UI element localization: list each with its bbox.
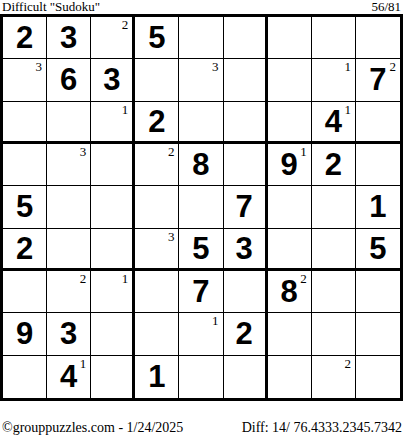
cell-r9c9[interactable]: [356, 356, 400, 398]
given-digit: 3: [60, 318, 77, 349]
cell-r1c9[interactable]: [356, 17, 400, 59]
cell-r3c6[interactable]: [224, 102, 268, 144]
given-digit: 2: [325, 149, 342, 180]
cell-r3c4[interactable]: 2: [135, 102, 179, 144]
cell-r5c9[interactable]: 1: [356, 186, 400, 228]
cell-r2c2[interactable]: 6: [47, 59, 91, 101]
cell-r5c3[interactable]: [91, 186, 135, 228]
cell-r8c7[interactable]: [268, 313, 312, 355]
cell-r9c8[interactable]: 2: [312, 356, 356, 398]
cell-r1c7[interactable]: [268, 17, 312, 59]
cell-r9c6[interactable]: [224, 356, 268, 398]
cell-r8c1[interactable]: 9: [3, 313, 47, 355]
cell-r2c8[interactable]: 1: [312, 59, 356, 101]
cell-r1c3[interactable]: 2: [91, 17, 135, 59]
given-digit: 8: [281, 276, 298, 307]
cell-r6c9[interactable]: 5: [356, 229, 400, 271]
pencil-mark: 1: [122, 103, 129, 116]
pencil-mark: 2: [389, 60, 396, 73]
pencil-mark: 1: [212, 314, 219, 327]
pencil-mark: 1: [80, 357, 87, 370]
cell-r1c2[interactable]: 3: [47, 17, 91, 59]
cell-r8c3[interactable]: [91, 313, 135, 355]
pencil-mark: 1: [300, 145, 307, 158]
cell-r5c4[interactable]: [135, 186, 179, 228]
given-digit: 4: [325, 106, 342, 137]
footer: ©grouppuzzles.com - 1/24/2025 Diff: 14/ …: [0, 401, 403, 435]
cell-r9c5[interactable]: [179, 356, 223, 398]
cell-r3c7[interactable]: [268, 102, 312, 144]
cell-r6c1[interactable]: 2: [3, 229, 47, 271]
pencil-mark: 3: [80, 145, 87, 158]
given-digit: 5: [148, 22, 165, 53]
cell-r9c4[interactable]: 1: [135, 356, 179, 398]
cell-r6c4[interactable]: 3: [135, 229, 179, 271]
cell-r3c2[interactable]: [47, 102, 91, 144]
cell-r9c3[interactable]: [91, 356, 135, 398]
cell-r9c1[interactable]: [3, 356, 47, 398]
copyright-date: ©grouppuzzles.com - 1/24/2025: [2, 420, 183, 435]
cell-r2c1[interactable]: 3: [3, 59, 47, 101]
cell-r4c7[interactable]: 91: [268, 144, 312, 186]
given-digit: 7: [235, 191, 252, 222]
cell-r8c2[interactable]: 3: [47, 313, 91, 355]
cell-r3c1[interactable]: [3, 102, 47, 144]
cell-r2c3[interactable]: 3: [91, 59, 135, 101]
cell-r7c3[interactable]: 1: [91, 271, 135, 313]
cell-r3c5[interactable]: [179, 102, 223, 144]
remaining-counter: 56/81: [371, 0, 401, 13]
given-digit: 1: [148, 361, 165, 392]
given-digit: 9: [16, 318, 33, 349]
sudoku-page: Difficult "Sudoku" 56/81 232536331721241…: [0, 0, 403, 437]
pencil-mark: 2: [344, 357, 351, 370]
cell-r7c5[interactable]: 7: [179, 271, 223, 313]
page-title: Difficult "Sudoku": [2, 0, 100, 13]
cell-r7c1[interactable]: [3, 271, 47, 313]
cell-r9c7[interactable]: [268, 356, 312, 398]
cell-r4c3[interactable]: [91, 144, 135, 186]
given-digit: 5: [16, 191, 33, 222]
given-digit: 7: [192, 276, 209, 307]
cell-r2c5[interactable]: 3: [179, 59, 223, 101]
cell-r2c9[interactable]: 72: [356, 59, 400, 101]
given-digit: 3: [103, 64, 120, 95]
given-digit: 9: [281, 149, 298, 180]
pencil-mark: 2: [168, 145, 175, 158]
cell-r4c1[interactable]: [3, 144, 47, 186]
cell-r5c1[interactable]: 5: [3, 186, 47, 228]
cell-r2c6[interactable]: [224, 59, 268, 101]
cell-r7c9[interactable]: [356, 271, 400, 313]
cell-r8c8[interactable]: [312, 313, 356, 355]
cell-r6c5[interactable]: 5: [179, 229, 223, 271]
cell-r4c9[interactable]: [356, 144, 400, 186]
pencil-mark: 1: [344, 103, 351, 116]
given-digit: 3: [235, 233, 252, 264]
given-digit: 6: [60, 64, 77, 95]
given-digit: 2: [16, 233, 33, 264]
cell-r7c8[interactable]: [312, 271, 356, 313]
cell-r7c7[interactable]: 82: [268, 271, 312, 313]
cell-r1c1[interactable]: 2: [3, 17, 47, 59]
given-digit: 7: [369, 64, 386, 95]
cell-r8c9[interactable]: [356, 313, 400, 355]
cell-r1c6[interactable]: [224, 17, 268, 59]
cell-r6c8[interactable]: [312, 229, 356, 271]
cell-r4c4[interactable]: 2: [135, 144, 179, 186]
cell-r6c2[interactable]: [47, 229, 91, 271]
given-digit: 4: [60, 361, 77, 392]
given-digit: 8: [192, 149, 209, 180]
cell-r3c9[interactable]: [356, 102, 400, 144]
header: Difficult "Sudoku" 56/81: [0, 0, 403, 14]
given-digit: 5: [369, 233, 386, 264]
cell-r7c4[interactable]: [135, 271, 179, 313]
cell-r4c8[interactable]: 2: [312, 144, 356, 186]
given-digit: 5: [192, 233, 209, 264]
cell-r4c6[interactable]: [224, 144, 268, 186]
cell-r1c8[interactable]: [312, 17, 356, 59]
cell-r5c5[interactable]: [179, 186, 223, 228]
pencil-mark: 2: [122, 18, 129, 31]
sudoku-board: 2325363317212413289125712353521782931241…: [0, 14, 403, 401]
cell-r5c6[interactable]: 7: [224, 186, 268, 228]
cell-r8c6[interactable]: 2: [224, 313, 268, 355]
cell-r1c4[interactable]: 5: [135, 17, 179, 59]
cell-r7c2[interactable]: 2: [47, 271, 91, 313]
pencil-mark: 2: [300, 272, 307, 285]
given-digit: 2: [148, 106, 165, 137]
cell-r5c7[interactable]: [268, 186, 312, 228]
given-digit: 2: [16, 22, 33, 53]
pencil-mark: 3: [36, 60, 43, 73]
pencil-mark: 3: [212, 60, 219, 73]
cell-r3c8[interactable]: 41: [312, 102, 356, 144]
cell-r1c5[interactable]: [179, 17, 223, 59]
cell-r9c2[interactable]: 41: [47, 356, 91, 398]
pencil-mark: 2: [80, 272, 87, 285]
pencil-mark: 3: [168, 230, 175, 243]
difficulty-code: Diff: 14/ 76.4333.2345.7342: [242, 420, 402, 435]
cell-r5c8[interactable]: [312, 186, 356, 228]
cell-r7c6[interactable]: [224, 271, 268, 313]
cell-r6c7[interactable]: [268, 229, 312, 271]
given-digit: 3: [60, 22, 77, 53]
cell-r8c5[interactable]: 1: [179, 313, 223, 355]
cell-r4c5[interactable]: 8: [179, 144, 223, 186]
given-digit: 2: [235, 318, 252, 349]
cell-r2c7[interactable]: [268, 59, 312, 101]
given-digit: 1: [369, 191, 386, 222]
cell-r4c2[interactable]: 3: [47, 144, 91, 186]
pencil-mark: 1: [344, 60, 351, 73]
cell-r6c6[interactable]: 3: [224, 229, 268, 271]
cell-r3c3[interactable]: 1: [91, 102, 135, 144]
pencil-mark: 1: [122, 272, 129, 285]
cell-r8c4[interactable]: [135, 313, 179, 355]
cell-r2c4[interactable]: [135, 59, 179, 101]
cell-r6c3[interactable]: [91, 229, 135, 271]
cell-r5c2[interactable]: [47, 186, 91, 228]
